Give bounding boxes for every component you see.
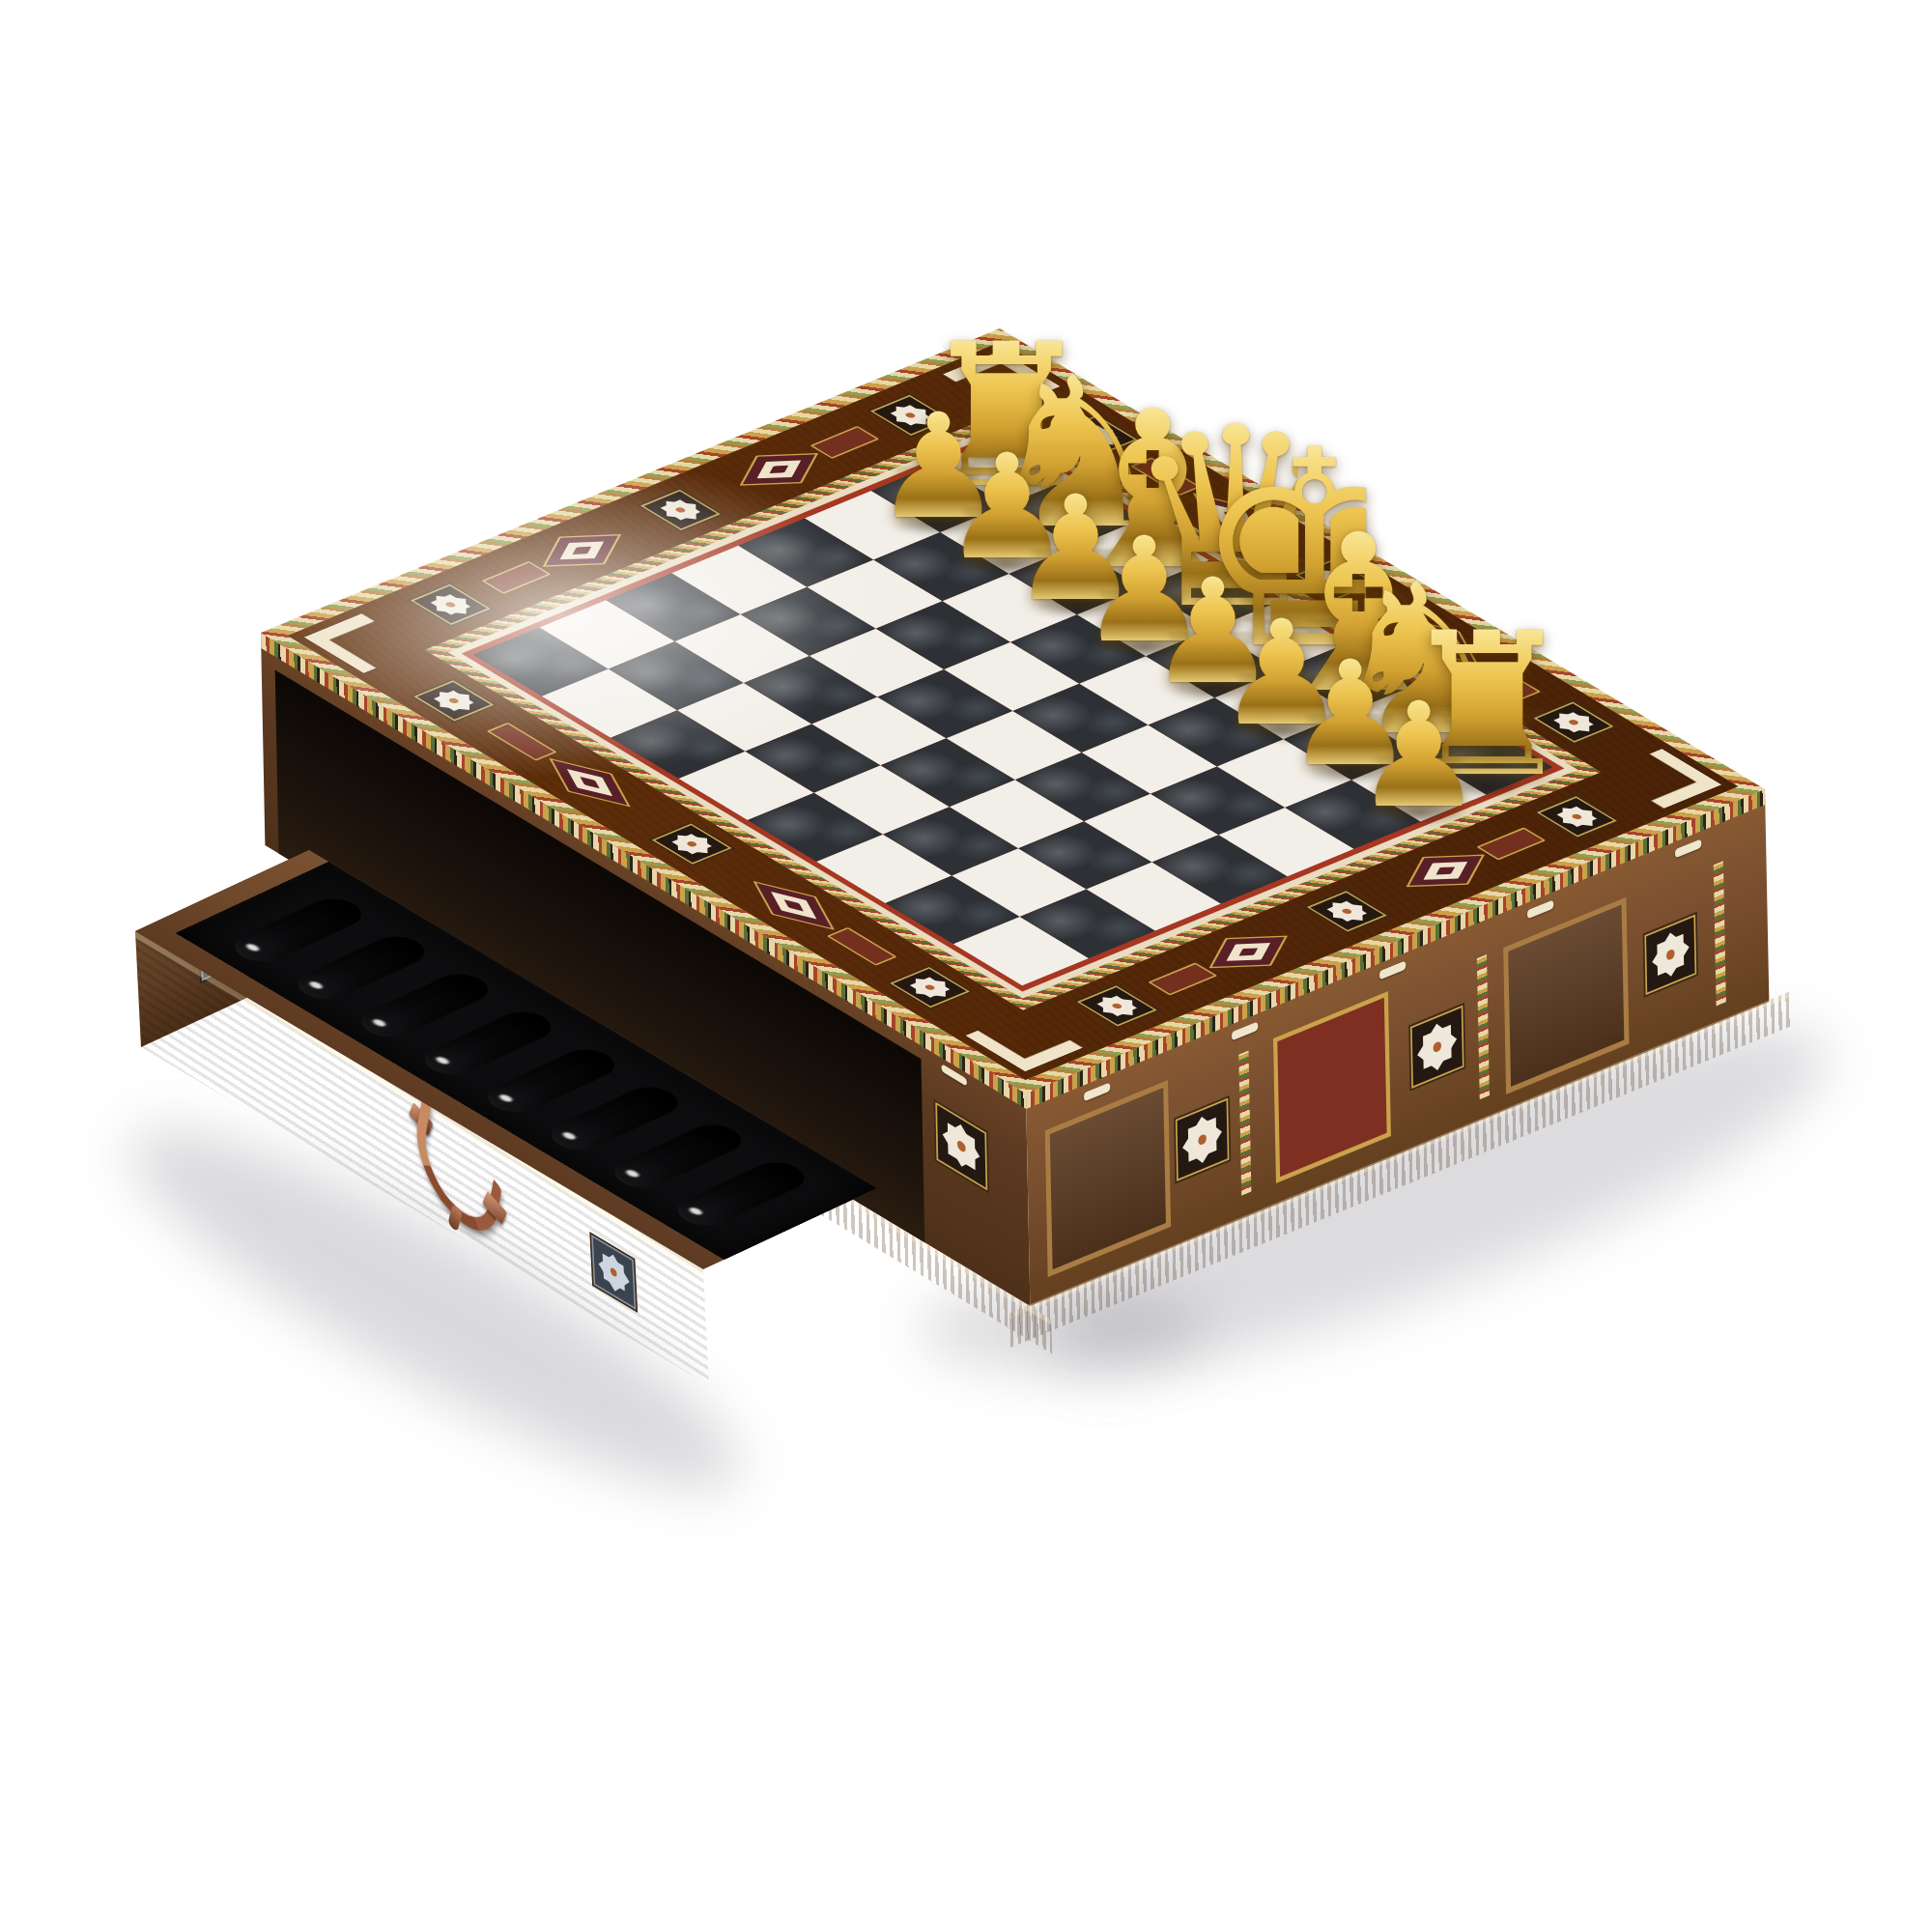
ivory-dash-inlay [1084,1082,1110,1101]
side-panel-red [1273,991,1391,1183]
mosaic-star-tile [1176,1098,1230,1181]
ivory-dash-inlay [1527,899,1553,919]
stripe-separator [1238,1051,1251,1196]
mosaic-star-tile [591,1235,636,1310]
mosaic-star-tile [1644,914,1696,995]
ivory-dash-inlay [1675,838,1701,858]
side-panel-wood [1045,1080,1172,1278]
ivory-dash-inlay [1379,960,1406,980]
mosaic-star-tile [1410,1006,1464,1089]
stripe-separator [1477,954,1490,1099]
stripe-separator [1714,861,1726,1006]
ivory-dash-inlay [1232,1021,1258,1040]
piece-glyph-pawn: ♟ [1332,683,1506,828]
mosaic-star-tile [935,1102,987,1191]
chess-set-photo: ♜♜♟♟♞♞♟♟♝♝♟♟♛♛♟♟♚♚♟♟♝♝♟♟♞♞♟♟♜♜♟♟ [0,0,1932,1932]
